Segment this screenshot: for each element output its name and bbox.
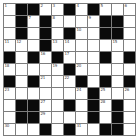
black-cell [4, 52, 16, 64]
white-cell[interactable] [4, 28, 16, 40]
white-cell[interactable] [124, 28, 136, 40]
black-cell [4, 76, 16, 88]
white-cell[interactable]: 2 [40, 4, 52, 16]
clue-number: 8 [53, 16, 55, 20]
white-cell[interactable]: 31 [76, 124, 88, 136]
clue-number: 4 [77, 4, 79, 8]
clue-number: 16 [41, 52, 46, 56]
black-cell [40, 28, 52, 40]
clue-number: 29 [41, 112, 46, 116]
white-cell[interactable]: 30 [4, 124, 16, 136]
white-cell[interactable] [4, 16, 16, 28]
white-cell[interactable] [28, 124, 40, 136]
clue-number: 7 [29, 16, 31, 20]
white-cell[interactable] [64, 112, 76, 124]
clue-number: 11 [5, 40, 10, 44]
clue-number: 10 [77, 28, 82, 32]
white-cell[interactable]: 23 [4, 88, 16, 100]
white-cell[interactable]: 4 [76, 4, 88, 16]
white-cell[interactable] [52, 28, 64, 40]
white-cell[interactable] [28, 88, 40, 100]
clue-number: 31 [77, 124, 82, 128]
white-cell[interactable]: 13 [52, 40, 64, 52]
white-cell[interactable]: 6 [124, 4, 136, 16]
white-cell[interactable] [76, 40, 88, 52]
crossword-grid: 1234567891011121314151617181920212223242… [3, 3, 136, 136]
black-cell [52, 52, 64, 64]
white-cell[interactable]: 21 [40, 76, 52, 88]
white-cell[interactable]: 24 [76, 88, 88, 100]
black-cell [64, 64, 76, 76]
clue-number: 6 [125, 4, 127, 8]
white-cell[interactable] [40, 64, 52, 76]
black-cell [112, 100, 124, 112]
clue-number: 20 [77, 64, 82, 68]
white-cell[interactable]: 8 [52, 16, 64, 28]
white-cell[interactable]: 29 [40, 112, 52, 124]
black-cell [100, 28, 112, 40]
white-cell[interactable] [76, 52, 88, 64]
white-cell[interactable] [76, 112, 88, 124]
black-cell [28, 4, 40, 16]
white-cell[interactable] [100, 64, 112, 76]
white-cell[interactable] [112, 88, 124, 100]
clue-number: 15 [113, 40, 118, 44]
white-cell[interactable] [28, 40, 40, 52]
white-cell[interactable]: 5 [100, 4, 112, 16]
black-cell [88, 4, 100, 16]
black-cell [40, 124, 52, 136]
white-cell[interactable] [4, 100, 16, 112]
clue-number: 26 [125, 88, 130, 92]
white-cell[interactable]: 22 [64, 76, 76, 88]
black-cell [16, 112, 28, 124]
white-cell[interactable] [52, 88, 64, 100]
white-cell[interactable] [28, 28, 40, 40]
black-cell [64, 124, 76, 136]
white-cell[interactable] [124, 124, 136, 136]
black-cell [28, 112, 40, 124]
white-cell[interactable]: 1 [4, 4, 16, 16]
white-cell[interactable] [124, 64, 136, 76]
black-cell [16, 16, 28, 28]
black-cell [100, 76, 112, 88]
white-cell[interactable]: 26 [124, 88, 136, 100]
white-cell[interactable]: 14 [64, 40, 76, 52]
clue-number: 1 [5, 4, 7, 8]
white-cell[interactable]: 17 [64, 52, 76, 64]
clue-number: 23 [5, 88, 10, 92]
black-cell [16, 100, 28, 112]
white-cell[interactable] [100, 40, 112, 52]
black-cell [28, 52, 40, 64]
clue-number: 27 [41, 100, 46, 104]
white-cell[interactable] [16, 64, 28, 76]
black-cell [40, 16, 52, 28]
white-cell[interactable]: 27 [40, 100, 52, 112]
white-cell[interactable] [76, 100, 88, 112]
white-cell[interactable]: 16 [40, 52, 52, 64]
clue-number: 2 [41, 4, 43, 8]
white-cell[interactable] [88, 76, 100, 88]
white-cell[interactable] [64, 16, 76, 28]
white-cell[interactable]: 18 [4, 64, 16, 76]
white-cell[interactable]: 25 [100, 88, 112, 100]
white-cell[interactable] [124, 112, 136, 124]
black-cell [76, 76, 88, 88]
black-cell [16, 28, 28, 40]
white-cell[interactable] [100, 112, 112, 124]
white-cell[interactable]: 3 [52, 4, 64, 16]
clue-number: 25 [101, 88, 106, 92]
white-cell[interactable] [112, 52, 124, 64]
white-cell[interactable]: 15 [112, 40, 124, 52]
black-cell [88, 100, 100, 112]
white-cell[interactable] [124, 100, 136, 112]
white-cell[interactable] [40, 88, 52, 100]
clue-number: 17 [65, 52, 70, 56]
black-cell [100, 52, 112, 64]
clue-number: 30 [5, 124, 10, 128]
white-cell[interactable] [52, 124, 64, 136]
clue-number: 9 [89, 16, 91, 20]
white-cell[interactable] [16, 88, 28, 100]
white-cell[interactable] [112, 76, 124, 88]
white-cell[interactable]: 19 [52, 64, 64, 76]
black-cell [16, 4, 28, 16]
black-cell [64, 28, 76, 40]
white-cell[interactable] [28, 64, 40, 76]
white-cell[interactable]: 20 [76, 64, 88, 76]
black-cell [28, 76, 40, 88]
white-cell[interactable] [76, 16, 88, 28]
clue-number: 19 [53, 64, 58, 68]
white-cell[interactable] [4, 112, 16, 124]
white-cell[interactable]: 11 [4, 40, 16, 52]
white-cell[interactable] [88, 52, 100, 64]
black-cell [112, 16, 124, 28]
black-cell [40, 40, 52, 52]
clue-number: 18 [5, 64, 10, 68]
clue-number: 22 [65, 76, 70, 80]
white-cell[interactable] [64, 88, 76, 100]
white-cell[interactable] [52, 112, 64, 124]
black-cell [124, 52, 136, 64]
clue-number: 14 [65, 40, 70, 44]
white-cell[interactable]: 28 [100, 100, 112, 112]
black-cell [64, 4, 76, 16]
black-cell [88, 112, 100, 124]
white-cell[interactable] [16, 124, 28, 136]
black-cell [112, 28, 124, 40]
white-cell[interactable] [88, 124, 100, 136]
black-cell [100, 16, 112, 28]
white-cell[interactable] [16, 76, 28, 88]
white-cell[interactable]: 10 [76, 28, 88, 40]
white-cell[interactable] [52, 100, 64, 112]
black-cell [100, 124, 112, 136]
white-cell[interactable]: 9 [88, 16, 100, 28]
white-cell[interactable] [124, 16, 136, 28]
clue-number: 5 [101, 4, 103, 8]
black-cell [88, 88, 100, 100]
white-cell[interactable]: 7 [28, 16, 40, 28]
black-cell [112, 112, 124, 124]
clue-number: 24 [77, 88, 82, 92]
white-cell[interactable] [88, 64, 100, 76]
clue-number: 28 [101, 100, 106, 104]
clue-number: 3 [53, 4, 55, 8]
black-cell [112, 124, 124, 136]
black-cell [64, 100, 76, 112]
white-cell[interactable] [112, 64, 124, 76]
white-cell[interactable] [88, 28, 100, 40]
clue-number: 12 [17, 40, 22, 44]
clue-number: 21 [41, 76, 46, 80]
white-cell[interactable] [16, 52, 28, 64]
white-cell[interactable]: 12 [16, 40, 28, 52]
white-cell[interactable] [124, 40, 136, 52]
white-cell[interactable] [112, 4, 124, 16]
black-cell [28, 100, 40, 112]
white-cell[interactable] [52, 76, 64, 88]
clue-number: 13 [53, 40, 58, 44]
white-cell[interactable] [88, 40, 100, 52]
black-cell [124, 76, 136, 88]
